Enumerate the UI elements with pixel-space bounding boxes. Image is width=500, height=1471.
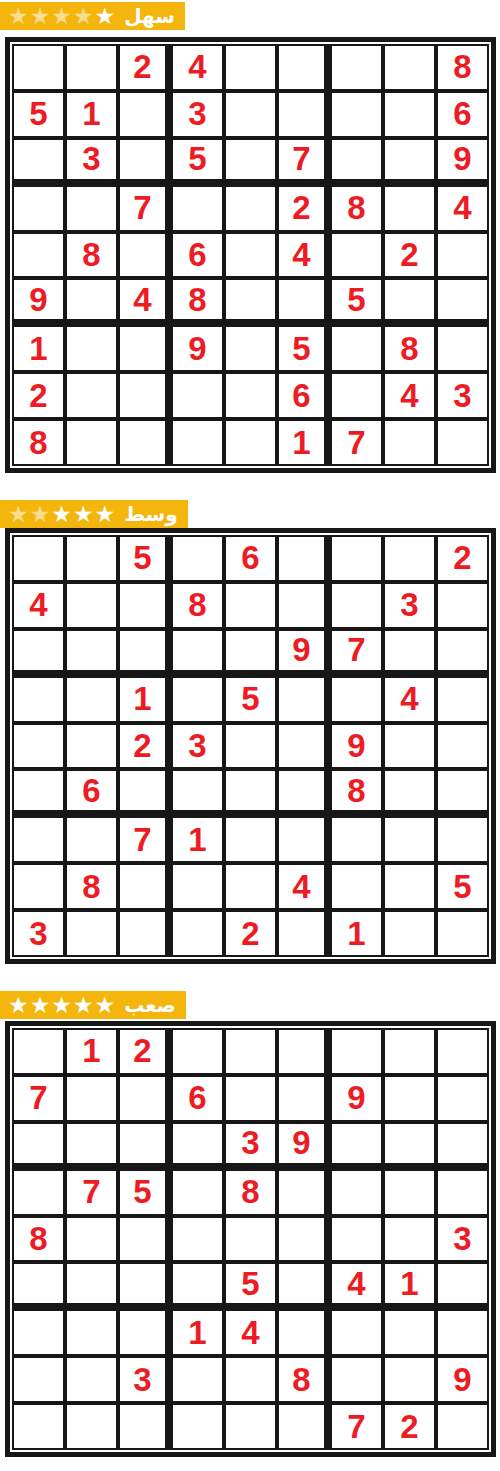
sudoku-cell-r2c5 <box>224 1075 277 1122</box>
sudoku-cell-r3c5 <box>224 629 277 676</box>
sudoku-cell-r4c1 <box>12 676 65 723</box>
puzzle-easy: ★★★★★ سهل 248513635797284864294851958264… <box>0 2 500 473</box>
sudoku-cell-r5c3 <box>118 1216 171 1263</box>
sudoku-cell-r9c4 <box>171 1403 224 1450</box>
sudoku-cell-r9c9 <box>436 1403 489 1450</box>
sudoku-cell-r3c6: 7 <box>277 138 330 185</box>
sudoku-cell-r6c7: 8 <box>330 769 383 816</box>
sudoku-cell-r9c3 <box>118 1403 171 1450</box>
sudoku-cell-r6c4: 8 <box>171 278 224 325</box>
sudoku-cell-r2c6 <box>277 582 330 629</box>
sudoku-cell-r9c8: 2 <box>383 1403 436 1450</box>
star-icon: ★ <box>8 991 30 1019</box>
sudoku-cell-r6c7: 4 <box>330 1262 383 1309</box>
sudoku-cell-r5c9: 3 <box>436 1216 489 1263</box>
sudoku-cell-r1c9: 8 <box>436 44 489 91</box>
sudoku-cell-r2c2 <box>65 1075 118 1122</box>
sudoku-cell-r8c9: 9 <box>436 1356 489 1403</box>
sudoku-cell-r8c6: 6 <box>277 372 330 419</box>
sudoku-cell-r9c7: 7 <box>330 419 383 466</box>
sudoku-cell-r4c1 <box>12 185 65 232</box>
sudoku-cell-r2c1: 7 <box>12 1075 65 1122</box>
star-icon: ★ <box>8 2 30 30</box>
star-icon: ★ <box>73 991 95 1019</box>
sudoku-cell-r7c4: 9 <box>171 325 224 372</box>
sudoku-cell-r3c3 <box>118 138 171 185</box>
sudoku-cell-r5c5 <box>224 232 277 279</box>
sudoku-cell-r2c2 <box>65 582 118 629</box>
sudoku-cell-r8c1 <box>12 1356 65 1403</box>
sudoku-cell-r9c6 <box>277 910 330 957</box>
sudoku-cell-r1c1 <box>12 535 65 582</box>
sudoku-cell-r4c7 <box>330 1169 383 1216</box>
sudoku-cell-r3c5: 3 <box>224 1122 277 1169</box>
sudoku-cell-r3c4 <box>171 1122 224 1169</box>
sudoku-cell-r7c8 <box>383 1309 436 1356</box>
sudoku-cell-r6c1: 9 <box>12 278 65 325</box>
sudoku-cell-r5c8 <box>383 723 436 770</box>
sudoku-cell-r6c5 <box>224 769 277 816</box>
sudoku-cell-r1c9: 2 <box>436 535 489 582</box>
sudoku-cell-r7c2 <box>65 816 118 863</box>
sudoku-cell-r7c6 <box>277 816 330 863</box>
sudoku-cell-r9c2 <box>65 419 118 466</box>
sudoku-cell-r5c3: 2 <box>118 723 171 770</box>
sudoku-cell-r1c8 <box>383 1028 436 1075</box>
sudoku-cell-r2c4: 8 <box>171 582 224 629</box>
sudoku-cell-r3c1 <box>12 629 65 676</box>
sudoku-cell-r5c2 <box>65 1216 118 1263</box>
sudoku-cell-r7c1: 1 <box>12 325 65 372</box>
sudoku-cell-r6c9 <box>436 769 489 816</box>
sudoku-cell-r9c9 <box>436 419 489 466</box>
sudoku-cell-r9c2 <box>65 1403 118 1450</box>
star-icon: ★ <box>30 991 52 1019</box>
sudoku-cell-r6c6 <box>277 769 330 816</box>
sudoku-cell-r7c8 <box>383 816 436 863</box>
sudoku-cell-r3c6: 9 <box>277 1122 330 1169</box>
star-icon: ★ <box>51 991 73 1019</box>
sudoku-cell-r2c4: 3 <box>171 91 224 138</box>
sudoku-page: ★★★★★ سهل 248513635797284864294851958264… <box>0 0 500 1457</box>
sudoku-cell-r1c6 <box>277 44 330 91</box>
sudoku-cell-r4c5 <box>224 185 277 232</box>
sudoku-cell-r6c5: 5 <box>224 1262 277 1309</box>
sudoku-cell-r2c7 <box>330 582 383 629</box>
difficulty-stars: ★★★★★ <box>8 500 116 528</box>
sudoku-cell-r5c6: 4 <box>277 232 330 279</box>
sudoku-cell-r1c1 <box>12 44 65 91</box>
sudoku-cell-r6c4 <box>171 1262 224 1309</box>
sudoku-cell-r2c2: 1 <box>65 91 118 138</box>
difficulty-stars: ★★★★★ <box>8 2 116 30</box>
sudoku-cell-r6c6 <box>277 278 330 325</box>
sudoku-cell-r1c8 <box>383 535 436 582</box>
sudoku-cell-r9c2 <box>65 910 118 957</box>
sudoku-cell-r4c5: 5 <box>224 676 277 723</box>
star-icon: ★ <box>51 2 73 30</box>
sudoku-cell-r4c5: 8 <box>224 1169 277 1216</box>
sudoku-cell-r6c2: 6 <box>65 769 118 816</box>
sudoku-cell-r9c1: 3 <box>12 910 65 957</box>
sudoku-cell-r1c7 <box>330 44 383 91</box>
sudoku-cell-r2c5 <box>224 582 277 629</box>
sudoku-cell-r2c9 <box>436 1075 489 1122</box>
sudoku-cell-r6c9 <box>436 1262 489 1309</box>
sudoku-cell-r4c2 <box>65 185 118 232</box>
sudoku-cell-r9c8 <box>383 910 436 957</box>
sudoku-cell-r1c3: 2 <box>118 1028 171 1075</box>
sudoku-cell-r1c4: 4 <box>171 44 224 91</box>
sudoku-cell-r3c1 <box>12 1122 65 1169</box>
sudoku-cell-r1c9 <box>436 1028 489 1075</box>
sudoku-cell-r8c1 <box>12 863 65 910</box>
sudoku-cell-r1c3: 5 <box>118 535 171 582</box>
sudoku-cell-r6c9 <box>436 278 489 325</box>
sudoku-cell-r1c6 <box>277 1028 330 1075</box>
sudoku-cell-r6c8 <box>383 769 436 816</box>
puzzle-hard: ★★★★★ صعب 1276939758835411438972 <box>0 964 500 1457</box>
puzzle-medium: ★★★★★ وسط 562483971542396871845321 <box>0 473 500 964</box>
sudoku-cell-r3c4 <box>171 629 224 676</box>
sudoku-cell-r5c3 <box>118 232 171 279</box>
sudoku-cell-r8c3: 3 <box>118 1356 171 1403</box>
sudoku-cell-r3c9: 9 <box>436 138 489 185</box>
sudoku-cell-r6c8: 1 <box>383 1262 436 1309</box>
sudoku-cell-r1c4 <box>171 535 224 582</box>
sudoku-cell-r1c6 <box>277 535 330 582</box>
sudoku-cell-r3c6: 9 <box>277 629 330 676</box>
sudoku-cell-r9c5: 2 <box>224 910 277 957</box>
sudoku-cell-r7c6: 5 <box>277 325 330 372</box>
sudoku-cell-r8c2 <box>65 1356 118 1403</box>
sudoku-cell-r3c7 <box>330 138 383 185</box>
sudoku-cell-r7c9 <box>436 325 489 372</box>
sudoku-cell-r5c9 <box>436 723 489 770</box>
sudoku-cell-r5c4 <box>171 1216 224 1263</box>
difficulty-label: صعب <box>124 991 176 1019</box>
sudoku-cell-r8c2 <box>65 372 118 419</box>
sudoku-cell-r8c5 <box>224 1356 277 1403</box>
sudoku-cell-r6c6 <box>277 1262 330 1309</box>
sudoku-cell-r3c7 <box>330 1122 383 1169</box>
sudoku-cell-r5c6 <box>277 723 330 770</box>
sudoku-cell-r9c8 <box>383 419 436 466</box>
sudoku-cell-r4c8 <box>383 185 436 232</box>
difficulty-label: وسط <box>124 500 178 528</box>
sudoku-cell-r8c5 <box>224 372 277 419</box>
sudoku-cell-r4c9: 4 <box>436 185 489 232</box>
sudoku-cell-r9c5 <box>224 1403 277 1450</box>
sudoku-cell-r2c7 <box>330 91 383 138</box>
sudoku-cell-r6c1 <box>12 769 65 816</box>
sudoku-cell-r1c1 <box>12 1028 65 1075</box>
sudoku-cell-r2c7: 9 <box>330 1075 383 1122</box>
sudoku-cell-r5c1 <box>12 232 65 279</box>
sudoku-cell-r3c1 <box>12 138 65 185</box>
sudoku-cell-r8c7 <box>330 372 383 419</box>
sudoku-cell-r6c7: 5 <box>330 278 383 325</box>
sudoku-cell-r6c8 <box>383 278 436 325</box>
sudoku-cell-r9c5 <box>224 419 277 466</box>
sudoku-cell-r6c3 <box>118 769 171 816</box>
sudoku-cell-r5c8: 2 <box>383 232 436 279</box>
sudoku-cell-r5c5 <box>224 723 277 770</box>
sudoku-cell-r1c5 <box>224 1028 277 1075</box>
sudoku-grid-medium: 562483971542396871845321 <box>5 528 496 964</box>
sudoku-cell-r9c4 <box>171 910 224 957</box>
sudoku-cell-r8c4 <box>171 863 224 910</box>
sudoku-cell-r4c7 <box>330 676 383 723</box>
sudoku-cell-r1c4 <box>171 1028 224 1075</box>
sudoku-cell-r5c1: 8 <box>12 1216 65 1263</box>
sudoku-cell-r6c2 <box>65 1262 118 1309</box>
sudoku-cell-r8c8 <box>383 863 436 910</box>
sudoku-cell-r5c1 <box>12 723 65 770</box>
sudoku-cell-r9c4 <box>171 419 224 466</box>
sudoku-cell-r7c2 <box>65 1309 118 1356</box>
sudoku-cell-r2c6 <box>277 1075 330 1122</box>
sudoku-cell-r3c3 <box>118 1122 171 1169</box>
sudoku-cell-r7c1 <box>12 816 65 863</box>
sudoku-cell-r3c9 <box>436 1122 489 1169</box>
sudoku-cell-r4c4 <box>171 676 224 723</box>
sudoku-cell-r8c4 <box>171 372 224 419</box>
sudoku-cell-r1c3: 2 <box>118 44 171 91</box>
star-icon: ★ <box>30 500 52 528</box>
sudoku-cell-r2c8 <box>383 91 436 138</box>
sudoku-cell-r6c3: 4 <box>118 278 171 325</box>
star-icon: ★ <box>8 500 30 528</box>
sudoku-cell-r5c4: 3 <box>171 723 224 770</box>
sudoku-cell-r4c3: 1 <box>118 676 171 723</box>
sudoku-cell-r7c4: 1 <box>171 816 224 863</box>
sudoku-cell-r2c3 <box>118 582 171 629</box>
sudoku-cell-r8c7 <box>330 1356 383 1403</box>
star-icon: ★ <box>95 2 117 30</box>
sudoku-cell-r1c5 <box>224 44 277 91</box>
sudoku-cell-r5c7: 9 <box>330 723 383 770</box>
sudoku-cell-r7c3: 7 <box>118 816 171 863</box>
difficulty-banner-easy: ★★★★★ سهل <box>0 2 185 30</box>
sudoku-cell-r7c5 <box>224 325 277 372</box>
sudoku-cell-r3c2: 3 <box>65 138 118 185</box>
sudoku-cell-r7c3 <box>118 1309 171 1356</box>
star-icon: ★ <box>73 2 95 30</box>
sudoku-cell-r9c1 <box>12 1403 65 1450</box>
sudoku-cell-r7c4: 1 <box>171 1309 224 1356</box>
sudoku-cell-r4c8 <box>383 1169 436 1216</box>
sudoku-cell-r7c7 <box>330 325 383 372</box>
sudoku-cell-r7c7 <box>330 1309 383 1356</box>
sudoku-cell-r4c7: 8 <box>330 185 383 232</box>
sudoku-cell-r5c2: 8 <box>65 232 118 279</box>
sudoku-cell-r4c2 <box>65 676 118 723</box>
sudoku-cell-r8c9: 3 <box>436 372 489 419</box>
sudoku-cell-r3c9 <box>436 629 489 676</box>
sudoku-cell-r4c3: 7 <box>118 185 171 232</box>
sudoku-cell-r2c6 <box>277 91 330 138</box>
sudoku-cell-r7c9 <box>436 1309 489 1356</box>
sudoku-cell-r5c7 <box>330 232 383 279</box>
sudoku-cell-r1c7 <box>330 535 383 582</box>
sudoku-cell-r8c6: 4 <box>277 863 330 910</box>
sudoku-cell-r5c5 <box>224 1216 277 1263</box>
sudoku-cell-r3c8 <box>383 138 436 185</box>
sudoku-cell-r8c8: 4 <box>383 372 436 419</box>
sudoku-grid-easy: 2485136357972848642948519582643817 <box>5 37 496 473</box>
sudoku-cell-r7c6 <box>277 1309 330 1356</box>
sudoku-cell-r7c5 <box>224 816 277 863</box>
sudoku-cell-r1c8 <box>383 44 436 91</box>
sudoku-cell-r4c9 <box>436 1169 489 1216</box>
sudoku-cell-r1c5: 6 <box>224 535 277 582</box>
star-icon: ★ <box>95 500 117 528</box>
sudoku-cell-r2c3 <box>118 91 171 138</box>
sudoku-cell-r1c2: 1 <box>65 1028 118 1075</box>
sudoku-cell-r1c7 <box>330 1028 383 1075</box>
sudoku-cell-r8c8 <box>383 1356 436 1403</box>
sudoku-cell-r6c5 <box>224 278 277 325</box>
sudoku-cell-r2c3 <box>118 1075 171 1122</box>
sudoku-cell-r3c3 <box>118 629 171 676</box>
sudoku-cell-r6c4 <box>171 769 224 816</box>
sudoku-cell-r2c9 <box>436 582 489 629</box>
sudoku-cell-r2c9: 6 <box>436 91 489 138</box>
sudoku-cell-r4c6 <box>277 676 330 723</box>
sudoku-grid-hard: 1276939758835411438972 <box>5 1021 496 1457</box>
sudoku-cell-r4c6 <box>277 1169 330 1216</box>
sudoku-cell-r7c8: 8 <box>383 325 436 372</box>
sudoku-cell-r5c7 <box>330 1216 383 1263</box>
sudoku-cell-r6c3 <box>118 1262 171 1309</box>
sudoku-cell-r5c4: 6 <box>171 232 224 279</box>
sudoku-cell-r8c6: 8 <box>277 1356 330 1403</box>
sudoku-cell-r9c1: 8 <box>12 419 65 466</box>
sudoku-cell-r8c3 <box>118 863 171 910</box>
sudoku-cell-r9c7: 7 <box>330 1403 383 1450</box>
sudoku-cell-r7c2 <box>65 325 118 372</box>
sudoku-cell-r8c1: 2 <box>12 372 65 419</box>
sudoku-cell-r5c9 <box>436 232 489 279</box>
sudoku-cell-r8c7 <box>330 863 383 910</box>
sudoku-cell-r3c5 <box>224 138 277 185</box>
sudoku-cell-r5c8 <box>383 1216 436 1263</box>
sudoku-cell-r6c2 <box>65 278 118 325</box>
sudoku-cell-r3c2 <box>65 1122 118 1169</box>
sudoku-cell-r5c2 <box>65 723 118 770</box>
sudoku-cell-r3c8 <box>383 1122 436 1169</box>
sudoku-cell-r4c4 <box>171 185 224 232</box>
sudoku-cell-r4c6: 2 <box>277 185 330 232</box>
sudoku-cell-r4c2: 7 <box>65 1169 118 1216</box>
sudoku-cell-r3c7: 7 <box>330 629 383 676</box>
sudoku-cell-r4c8: 4 <box>383 676 436 723</box>
sudoku-cell-r3c8 <box>383 629 436 676</box>
sudoku-cell-r3c2 <box>65 629 118 676</box>
star-icon: ★ <box>95 991 117 1019</box>
sudoku-cell-r4c4 <box>171 1169 224 1216</box>
star-icon: ★ <box>51 500 73 528</box>
sudoku-cell-r7c9 <box>436 816 489 863</box>
sudoku-cell-r2c4: 6 <box>171 1075 224 1122</box>
sudoku-cell-r9c9 <box>436 910 489 957</box>
sudoku-cell-r9c6: 1 <box>277 419 330 466</box>
sudoku-cell-r2c1: 5 <box>12 91 65 138</box>
star-icon: ★ <box>73 500 95 528</box>
star-icon: ★ <box>30 2 52 30</box>
difficulty-banner-medium: ★★★★★ وسط <box>0 500 188 528</box>
sudoku-cell-r6c1 <box>12 1262 65 1309</box>
sudoku-cell-r9c3 <box>118 910 171 957</box>
sudoku-cell-r9c6 <box>277 1403 330 1450</box>
sudoku-cell-r8c3 <box>118 372 171 419</box>
sudoku-cell-r9c7: 1 <box>330 910 383 957</box>
sudoku-cell-r1c2 <box>65 44 118 91</box>
sudoku-cell-r1c2 <box>65 535 118 582</box>
sudoku-cell-r2c8 <box>383 1075 436 1122</box>
sudoku-cell-r8c4 <box>171 1356 224 1403</box>
sudoku-cell-r7c3 <box>118 325 171 372</box>
sudoku-cell-r7c7 <box>330 816 383 863</box>
sudoku-cell-r2c5 <box>224 91 277 138</box>
sudoku-cell-r7c1 <box>12 1309 65 1356</box>
sudoku-cell-r2c1: 4 <box>12 582 65 629</box>
sudoku-cell-r8c5 <box>224 863 277 910</box>
difficulty-banner-hard: ★★★★★ صعب <box>0 991 186 1019</box>
sudoku-cell-r4c1 <box>12 1169 65 1216</box>
sudoku-cell-r9c3 <box>118 419 171 466</box>
difficulty-stars: ★★★★★ <box>8 991 116 1019</box>
sudoku-cell-r4c3: 5 <box>118 1169 171 1216</box>
sudoku-cell-r3c4: 5 <box>171 138 224 185</box>
sudoku-cell-r5c6 <box>277 1216 330 1263</box>
sudoku-cell-r2c8: 3 <box>383 582 436 629</box>
sudoku-cell-r8c2: 8 <box>65 863 118 910</box>
sudoku-cell-r4c9 <box>436 676 489 723</box>
sudoku-cell-r8c9: 5 <box>436 863 489 910</box>
difficulty-label: سهل <box>124 2 175 30</box>
sudoku-cell-r7c5: 4 <box>224 1309 277 1356</box>
